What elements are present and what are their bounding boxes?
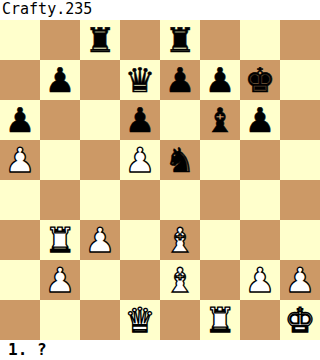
square-g4[interactable]	[240, 180, 280, 220]
chess-board: ♜♜♟♛♟♟♚♟♟♝♟♟♟♞♜♟♝♟♝♟♟♛♜♚	[0, 20, 320, 340]
piece-black-rook: ♜	[165, 20, 195, 60]
square-g6[interactable]: ♟	[240, 100, 280, 140]
move-prompt: 1. ?	[0, 340, 320, 360]
piece-black-king: ♚	[245, 60, 275, 100]
piece-white-bishop: ♝	[165, 260, 195, 300]
piece-white-pawn: ♟	[125, 140, 155, 180]
square-b5[interactable]	[40, 140, 80, 180]
square-e3[interactable]: ♝	[160, 220, 200, 260]
square-d8[interactable]	[120, 20, 160, 60]
square-d5[interactable]: ♟	[120, 140, 160, 180]
square-a3[interactable]	[0, 220, 40, 260]
piece-black-bishop: ♝	[205, 100, 235, 140]
square-g5[interactable]	[240, 140, 280, 180]
piece-white-rook: ♜	[45, 220, 75, 260]
square-e6[interactable]	[160, 100, 200, 140]
square-c1[interactable]	[80, 300, 120, 340]
square-d2[interactable]	[120, 260, 160, 300]
piece-black-pawn: ♟	[245, 100, 275, 140]
square-e5[interactable]: ♞	[160, 140, 200, 180]
square-h1[interactable]: ♚	[280, 300, 320, 340]
square-c8[interactable]: ♜	[80, 20, 120, 60]
piece-black-rook: ♜	[85, 20, 115, 60]
square-a2[interactable]	[0, 260, 40, 300]
square-g2[interactable]: ♟	[240, 260, 280, 300]
window-title: Crafty.235	[0, 0, 320, 20]
square-e4[interactable]	[160, 180, 200, 220]
square-h8[interactable]	[280, 20, 320, 60]
square-h2[interactable]: ♟	[280, 260, 320, 300]
square-g3[interactable]	[240, 220, 280, 260]
piece-white-king: ♚	[285, 300, 315, 340]
square-f3[interactable]	[200, 220, 240, 260]
square-d3[interactable]	[120, 220, 160, 260]
square-c6[interactable]	[80, 100, 120, 140]
piece-black-pawn: ♟	[125, 100, 155, 140]
square-a8[interactable]	[0, 20, 40, 60]
square-b4[interactable]	[40, 180, 80, 220]
square-d6[interactable]: ♟	[120, 100, 160, 140]
piece-white-pawn: ♟	[245, 260, 275, 300]
square-b8[interactable]	[40, 20, 80, 60]
square-c7[interactable]	[80, 60, 120, 100]
piece-white-pawn: ♟	[285, 260, 315, 300]
square-h7[interactable]	[280, 60, 320, 100]
square-c5[interactable]	[80, 140, 120, 180]
square-f6[interactable]: ♝	[200, 100, 240, 140]
square-a7[interactable]	[0, 60, 40, 100]
square-d4[interactable]	[120, 180, 160, 220]
square-g1[interactable]	[240, 300, 280, 340]
square-a6[interactable]: ♟	[0, 100, 40, 140]
square-e8[interactable]: ♜	[160, 20, 200, 60]
square-d7[interactable]: ♛	[120, 60, 160, 100]
square-c3[interactable]: ♟	[80, 220, 120, 260]
square-d1[interactable]: ♛	[120, 300, 160, 340]
square-c2[interactable]	[80, 260, 120, 300]
crafty-window: Crafty.235 ♜♜♟♛♟♟♚♟♟♝♟♟♟♞♜♟♝♟♝♟♟♛♜♚ 1. ?	[0, 0, 320, 360]
square-g7[interactable]: ♚	[240, 60, 280, 100]
piece-white-pawn: ♟	[5, 140, 35, 180]
square-a5[interactable]: ♟	[0, 140, 40, 180]
piece-black-pawn: ♟	[165, 60, 195, 100]
square-f7[interactable]: ♟	[200, 60, 240, 100]
square-b2[interactable]: ♟	[40, 260, 80, 300]
square-f2[interactable]	[200, 260, 240, 300]
square-e1[interactable]	[160, 300, 200, 340]
square-e7[interactable]: ♟	[160, 60, 200, 100]
piece-white-bishop: ♝	[165, 220, 195, 260]
square-b1[interactable]	[40, 300, 80, 340]
square-a1[interactable]	[0, 300, 40, 340]
square-g8[interactable]	[240, 20, 280, 60]
piece-black-pawn: ♟	[5, 100, 35, 140]
square-h5[interactable]	[280, 140, 320, 180]
square-f8[interactable]	[200, 20, 240, 60]
piece-black-pawn: ♟	[205, 60, 235, 100]
piece-black-pawn: ♟	[45, 60, 75, 100]
square-h3[interactable]	[280, 220, 320, 260]
square-e2[interactable]: ♝	[160, 260, 200, 300]
piece-white-rook: ♜	[205, 300, 235, 340]
square-f4[interactable]	[200, 180, 240, 220]
piece-white-queen: ♛	[125, 300, 155, 340]
square-b3[interactable]: ♜	[40, 220, 80, 260]
piece-white-pawn: ♟	[85, 220, 115, 260]
square-a4[interactable]	[0, 180, 40, 220]
square-h4[interactable]	[280, 180, 320, 220]
square-b6[interactable]	[40, 100, 80, 140]
square-f5[interactable]	[200, 140, 240, 180]
square-c4[interactable]	[80, 180, 120, 220]
square-h6[interactable]	[280, 100, 320, 140]
piece-black-queen: ♛	[125, 60, 155, 100]
square-b7[interactable]: ♟	[40, 60, 80, 100]
square-f1[interactable]: ♜	[200, 300, 240, 340]
piece-black-knight: ♞	[165, 140, 195, 180]
piece-white-pawn: ♟	[45, 260, 75, 300]
